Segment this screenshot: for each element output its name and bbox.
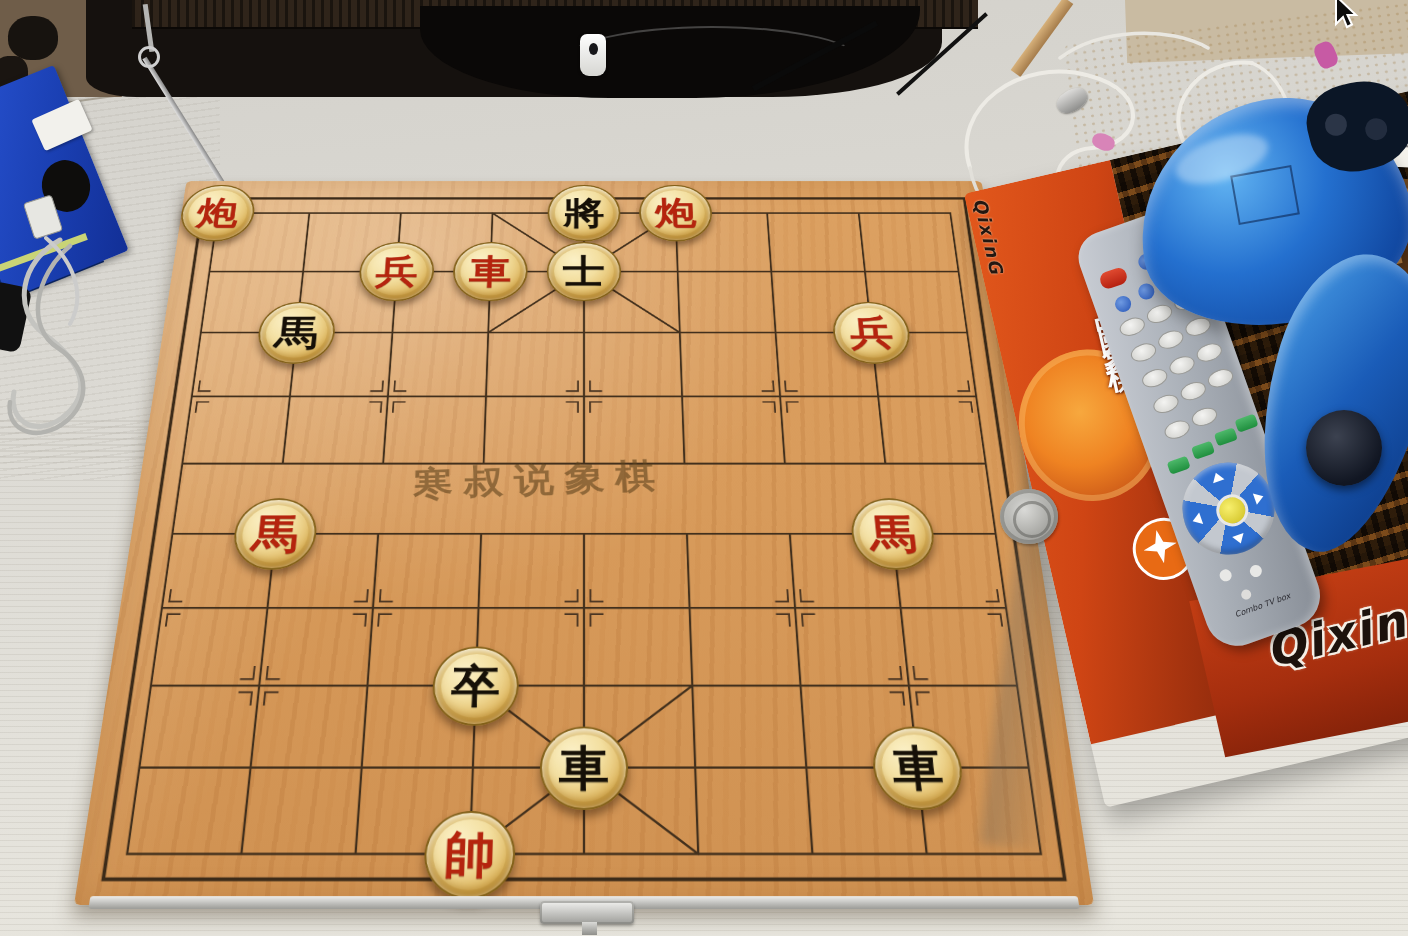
remote-small-button[interactable] bbox=[1218, 568, 1233, 583]
piece-red-horse[interactable]: 馬 bbox=[849, 499, 938, 570]
piece-red-chariot[interactable]: 車 bbox=[452, 242, 528, 301]
piece-glyph: 馬 bbox=[250, 514, 300, 554]
piece-glyph: 炮 bbox=[195, 197, 241, 229]
grey-cable-coil bbox=[0, 232, 120, 447]
controller-button bbox=[1363, 116, 1390, 143]
remote-brand-label: Combo TV box bbox=[1221, 587, 1305, 624]
piece-glyph: 車 bbox=[559, 744, 609, 791]
piece-glyph: 將 bbox=[563, 197, 604, 229]
piece-glyph: 車 bbox=[890, 744, 945, 791]
piece-red-cannon[interactable]: 炮 bbox=[639, 185, 714, 242]
piece-red-horse[interactable]: 馬 bbox=[230, 499, 319, 570]
piece-glyph: 炮 bbox=[655, 197, 697, 229]
piece-black-chariot[interactable]: 車 bbox=[870, 726, 967, 809]
piece-glyph: 帥 bbox=[443, 829, 496, 879]
piece-black-chariot[interactable]: 車 bbox=[539, 726, 628, 809]
latch-hole bbox=[589, 43, 598, 55]
piece-glyph: 車 bbox=[469, 255, 512, 288]
piece-glyph: 兵 bbox=[848, 315, 895, 350]
board-clasp bbox=[540, 901, 634, 924]
piece-black-general[interactable]: 將 bbox=[547, 185, 620, 242]
piece-glyph: 馬 bbox=[868, 514, 918, 554]
controller-button bbox=[1323, 111, 1350, 138]
piece-glyph: 兵 bbox=[374, 255, 418, 288]
piece-glyph: 馬 bbox=[273, 315, 320, 350]
piece-black-soldier[interactable]: 卒 bbox=[431, 647, 520, 726]
piece-glyph: 士 bbox=[563, 255, 605, 288]
piece-red-king[interactable]: 帥 bbox=[422, 811, 516, 899]
remote-small-button[interactable] bbox=[1248, 563, 1263, 578]
piece-red-cannon[interactable]: 炮 bbox=[177, 185, 258, 242]
remote-power-button[interactable] bbox=[1098, 266, 1129, 291]
piece-black-horse[interactable]: 馬 bbox=[255, 302, 338, 364]
dark-object bbox=[8, 16, 58, 60]
piece-glyph: 卒 bbox=[450, 663, 500, 708]
coin bbox=[1000, 489, 1058, 544]
photo-scene: 寒叔说象棋 炮將炮兵車士馬兵馬馬卒車車帥 bbox=[0, 0, 1408, 936]
remote-blue-button[interactable] bbox=[1113, 294, 1133, 314]
controller-thumbstick bbox=[1306, 410, 1382, 486]
remote-small-button[interactable] bbox=[1240, 588, 1253, 601]
piece-red-soldier[interactable]: 兵 bbox=[831, 302, 914, 364]
mouse-cursor bbox=[1330, 0, 1360, 34]
metal-ring bbox=[138, 46, 160, 68]
coin-inner-ring bbox=[1013, 501, 1051, 538]
game-controller bbox=[1138, 84, 1408, 558]
board-latch bbox=[580, 34, 606, 76]
board-clasp-pin bbox=[582, 922, 597, 935]
piece-black-advisor[interactable]: 士 bbox=[546, 242, 621, 301]
piece-red-soldier[interactable]: 兵 bbox=[357, 242, 435, 301]
